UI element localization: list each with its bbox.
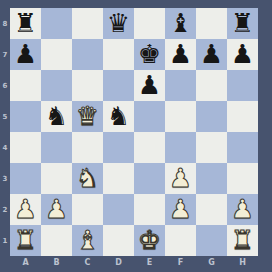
piece-white-pawn[interactable]: ♟	[169, 163, 192, 194]
square-a2[interactable]: ♟	[10, 194, 41, 225]
piece-black-queen[interactable]: ♛	[107, 8, 130, 39]
square-b5[interactable]: ♞	[41, 101, 72, 132]
piece-black-pawn[interactable]: ♟	[200, 39, 223, 70]
square-d5[interactable]: ♞	[103, 101, 134, 132]
file-label-d: D	[103, 256, 134, 272]
piece-black-knight[interactable]: ♞	[45, 101, 68, 132]
rank-labels: 87654321	[0, 8, 10, 256]
square-c4[interactable]	[72, 132, 103, 163]
square-e6[interactable]: ♟	[134, 70, 165, 101]
piece-black-pawn[interactable]: ♟	[169, 39, 192, 70]
file-label-a: A	[10, 256, 41, 272]
square-e2[interactable]	[134, 194, 165, 225]
square-g7[interactable]: ♟	[196, 39, 227, 70]
piece-white-rook[interactable]: ♜	[14, 225, 37, 256]
file-labels: ABCDEFGH	[10, 256, 258, 272]
square-h1[interactable]: ♜	[227, 225, 258, 256]
square-h4[interactable]	[227, 132, 258, 163]
square-g4[interactable]	[196, 132, 227, 163]
square-a4[interactable]	[10, 132, 41, 163]
rank-label-7: 7	[0, 39, 10, 70]
square-b6[interactable]	[41, 70, 72, 101]
square-d8[interactable]: ♛	[103, 8, 134, 39]
square-c8[interactable]	[72, 8, 103, 39]
square-c5[interactable]: ♛	[72, 101, 103, 132]
square-g5[interactable]	[196, 101, 227, 132]
piece-black-pawn[interactable]: ♟	[14, 39, 37, 70]
square-c7[interactable]	[72, 39, 103, 70]
chess-board-frame: 87654321 ♜♛♝♜♟♚♟♟♟♟♞♛♞♞♟♟♟♟♟♜♝♚♜ ABCDEFG…	[0, 0, 272, 272]
file-label-b: B	[41, 256, 72, 272]
square-h5[interactable]	[227, 101, 258, 132]
piece-black-rook[interactable]: ♜	[231, 8, 254, 39]
square-e7[interactable]: ♚	[134, 39, 165, 70]
piece-black-rook[interactable]: ♜	[14, 8, 37, 39]
square-b7[interactable]	[41, 39, 72, 70]
square-e3[interactable]	[134, 163, 165, 194]
piece-black-king[interactable]: ♚	[138, 39, 161, 70]
square-d4[interactable]	[103, 132, 134, 163]
rank-label-3: 3	[0, 163, 10, 194]
square-f6[interactable]	[165, 70, 196, 101]
chess-board: ♜♛♝♜♟♚♟♟♟♟♞♛♞♞♟♟♟♟♟♜♝♚♜	[10, 8, 258, 256]
file-label-e: E	[134, 256, 165, 272]
square-c6[interactable]	[72, 70, 103, 101]
square-c2[interactable]	[72, 194, 103, 225]
square-c1[interactable]: ♝	[72, 225, 103, 256]
square-f5[interactable]	[165, 101, 196, 132]
square-h6[interactable]	[227, 70, 258, 101]
square-e5[interactable]	[134, 101, 165, 132]
square-d3[interactable]	[103, 163, 134, 194]
square-f7[interactable]: ♟	[165, 39, 196, 70]
piece-white-rook[interactable]: ♜	[231, 225, 254, 256]
piece-black-pawn[interactable]: ♟	[231, 39, 254, 70]
rank-label-2: 2	[0, 194, 10, 225]
square-g3[interactable]	[196, 163, 227, 194]
square-f8[interactable]: ♝	[165, 8, 196, 39]
piece-white-queen[interactable]: ♛	[76, 101, 99, 132]
square-a3[interactable]	[10, 163, 41, 194]
file-label-h: H	[227, 256, 258, 272]
square-d6[interactable]	[103, 70, 134, 101]
square-b8[interactable]	[41, 8, 72, 39]
square-d2[interactable]	[103, 194, 134, 225]
file-label-g: G	[196, 256, 227, 272]
square-a7[interactable]: ♟	[10, 39, 41, 70]
square-e4[interactable]	[134, 132, 165, 163]
square-d1[interactable]	[103, 225, 134, 256]
piece-black-pawn[interactable]: ♟	[138, 70, 161, 101]
square-f4[interactable]	[165, 132, 196, 163]
square-a8[interactable]: ♜	[10, 8, 41, 39]
piece-black-bishop[interactable]: ♝	[169, 8, 192, 39]
piece-black-knight[interactable]: ♞	[107, 101, 130, 132]
square-h7[interactable]: ♟	[227, 39, 258, 70]
square-h2[interactable]: ♟	[227, 194, 258, 225]
rank-label-4: 4	[0, 132, 10, 163]
file-label-c: C	[72, 256, 103, 272]
piece-white-pawn[interactable]: ♟	[169, 194, 192, 225]
square-b1[interactable]	[41, 225, 72, 256]
square-d7[interactable]	[103, 39, 134, 70]
square-f1[interactable]	[165, 225, 196, 256]
piece-white-pawn[interactable]: ♟	[45, 194, 68, 225]
square-a5[interactable]	[10, 101, 41, 132]
rank-label-1: 1	[0, 225, 10, 256]
square-h8[interactable]: ♜	[227, 8, 258, 39]
square-f2[interactable]: ♟	[165, 194, 196, 225]
square-a1[interactable]: ♜	[10, 225, 41, 256]
square-f3[interactable]: ♟	[165, 163, 196, 194]
file-label-f: F	[165, 256, 196, 272]
square-g2[interactable]	[196, 194, 227, 225]
square-e1[interactable]: ♚	[134, 225, 165, 256]
square-g1[interactable]	[196, 225, 227, 256]
piece-white-bishop[interactable]: ♝	[76, 225, 99, 256]
square-a6[interactable]	[10, 70, 41, 101]
piece-white-knight[interactable]: ♞	[76, 163, 99, 194]
square-e8[interactable]	[134, 8, 165, 39]
square-b2[interactable]: ♟	[41, 194, 72, 225]
square-g6[interactable]	[196, 70, 227, 101]
rank-label-8: 8	[0, 8, 10, 39]
square-c3[interactable]: ♞	[72, 163, 103, 194]
piece-white-pawn[interactable]: ♟	[231, 194, 254, 225]
piece-white-king[interactable]: ♚	[138, 225, 161, 256]
square-b4[interactable]	[41, 132, 72, 163]
square-g8[interactable]	[196, 8, 227, 39]
piece-white-pawn[interactable]: ♟	[14, 194, 37, 225]
square-h3[interactable]	[227, 163, 258, 194]
rank-label-6: 6	[0, 70, 10, 101]
rank-label-5: 5	[0, 101, 10, 132]
square-b3[interactable]	[41, 163, 72, 194]
